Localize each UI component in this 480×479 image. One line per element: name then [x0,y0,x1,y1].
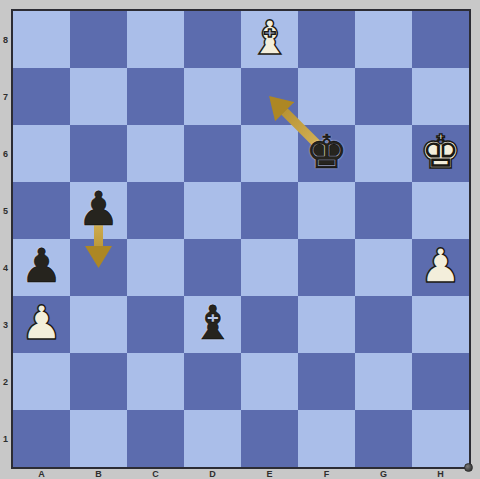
board-square-b6[interactable] [70,125,127,182]
board-square-g2[interactable] [355,353,412,410]
board-square-c6[interactable] [127,125,184,182]
file-label: E [241,468,298,479]
board-square-b7[interactable] [70,68,127,125]
board-square-g5[interactable] [355,182,412,239]
board-square-g7[interactable] [355,68,412,125]
board-square-a2[interactable] [13,353,70,410]
rank-labels: 87654321 [0,11,11,467]
board-square-a6[interactable] [13,125,70,182]
board-square-h3[interactable] [412,296,469,353]
board-square-e8[interactable]: ♝ [241,11,298,68]
board-square-h5[interactable] [412,182,469,239]
corner-round-button[interactable] [464,463,473,472]
board-square-a8[interactable] [13,11,70,68]
rank-label: 2 [0,353,11,410]
board-square-e6[interactable] [241,125,298,182]
board-square-h6[interactable]: ♚ [412,125,469,182]
board-square-h2[interactable] [412,353,469,410]
board-square-f6[interactable]: ♚ [298,125,355,182]
rank-label: 7 [0,68,11,125]
board-square-g8[interactable] [355,11,412,68]
board-square-d8[interactable] [184,11,241,68]
board-square-f8[interactable] [298,11,355,68]
board-square-e4[interactable] [241,239,298,296]
board-square-f3[interactable] [298,296,355,353]
board-square-e2[interactable] [241,353,298,410]
board-square-e3[interactable] [241,296,298,353]
board-square-c2[interactable] [127,353,184,410]
board-square-c3[interactable] [127,296,184,353]
board-square-b4[interactable] [70,239,127,296]
board-square-d5[interactable] [184,182,241,239]
board-square-f5[interactable] [298,182,355,239]
white-pawn[interactable]: ♟ [20,299,62,346]
board-square-g4[interactable] [355,239,412,296]
board-square-a4[interactable]: ♟ [13,239,70,296]
file-label: C [127,468,184,479]
black-pawn[interactable]: ♟ [77,185,119,232]
file-label: F [298,468,355,479]
board-square-f4[interactable] [298,239,355,296]
file-label: H [412,468,469,479]
board-square-a5[interactable] [13,182,70,239]
board-square-g1[interactable] [355,410,412,467]
rank-label: 3 [0,296,11,353]
board-square-d1[interactable] [184,410,241,467]
board-square-c4[interactable] [127,239,184,296]
board-square-h4[interactable]: ♟ [412,239,469,296]
board-square-b1[interactable] [70,410,127,467]
chess-app-frame: 87654321 ♝♚♚♟♟♟♟♝ ABCDEFGH [0,0,480,479]
black-pawn[interactable]: ♟ [20,242,62,289]
board-square-d3[interactable]: ♝ [184,296,241,353]
board-square-e5[interactable] [241,182,298,239]
white-king[interactable]: ♚ [419,128,461,175]
board-square-a7[interactable] [13,68,70,125]
rank-label: 4 [0,239,11,296]
board-square-c7[interactable] [127,68,184,125]
file-labels: ABCDEFGH [13,468,469,479]
file-label: D [184,468,241,479]
white-bishop[interactable]: ♝ [248,14,290,61]
board-square-b2[interactable] [70,353,127,410]
board-square-e7[interactable] [241,68,298,125]
board-square-g3[interactable] [355,296,412,353]
board-square-g6[interactable] [355,125,412,182]
board-square-f1[interactable] [298,410,355,467]
board-square-f2[interactable] [298,353,355,410]
board-square-d4[interactable] [184,239,241,296]
board-square-b3[interactable] [70,296,127,353]
board-square-h1[interactable] [412,410,469,467]
board-square-e1[interactable] [241,410,298,467]
board-square-b8[interactable] [70,11,127,68]
board-square-h8[interactable] [412,11,469,68]
board-square-d2[interactable] [184,353,241,410]
board-square-c5[interactable] [127,182,184,239]
board-square-b5[interactable]: ♟ [70,182,127,239]
file-label: B [70,468,127,479]
board-square-a1[interactable] [13,410,70,467]
file-label: A [13,468,70,479]
rank-label: 8 [0,11,11,68]
rank-label: 5 [0,182,11,239]
chess-board: ♝♚♚♟♟♟♟♝ [11,9,471,469]
board-square-c1[interactable] [127,410,184,467]
board-square-f7[interactable] [298,68,355,125]
board-square-d6[interactable] [184,125,241,182]
file-label: G [355,468,412,479]
rank-label: 6 [0,125,11,182]
black-bishop[interactable]: ♝ [191,299,233,346]
board-square-d7[interactable] [184,68,241,125]
board-square-h7[interactable] [412,68,469,125]
black-king[interactable]: ♚ [305,128,347,175]
board-grid: ♝♚♚♟♟♟♟♝ [13,11,469,467]
rank-label: 1 [0,410,11,467]
white-pawn[interactable]: ♟ [419,242,461,289]
board-square-a3[interactable]: ♟ [13,296,70,353]
board-square-c8[interactable] [127,11,184,68]
